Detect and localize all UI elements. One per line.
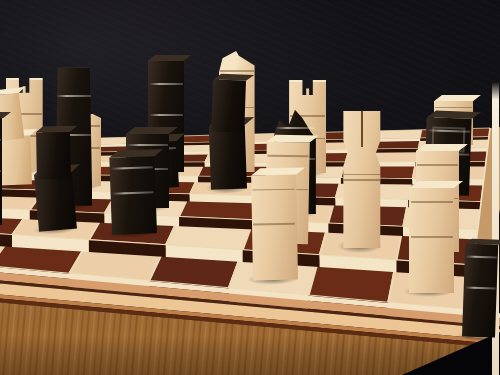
black-pawn[interactable]: ♟ [110,157,157,235]
white-knight[interactable]: ♘ [0,93,32,185]
knight-lower-block [209,126,247,191]
white-king[interactable]: ♔ [343,111,382,248]
saw-kerf-line [344,174,380,176]
black-knight[interactable]: ♞ [207,80,249,191]
saw-kerf-line [0,139,1,141]
king-slot [361,111,363,147]
saw-kerf-line [252,188,294,190]
knight-upper-block [211,80,245,134]
saw-kerf-line [417,164,458,166]
saw-kerf-line [411,201,453,203]
knight-lower-block [34,172,76,232]
white-pawn[interactable]: ♙ [251,174,298,280]
saw-kerf-line [56,95,91,97]
saw-kerf-line [344,179,380,181]
piece-front-face [409,188,454,293]
saw-kerf-line [253,223,295,225]
saw-kerf-line [275,127,314,129]
saw-kerf-line [220,70,254,72]
photo-stage: ♙♖♜♕♖ ♘♗♟ ♞♝♚♟♛♜ ♞♟♙♔♙♙♙♟ [0,0,500,375]
piece-front-face [0,118,2,225]
knight-lower-block [0,135,32,185]
pieces-layer: ♙♖♜♕♖ ♘♗♟ ♞♝♚♟♛♜ ♞♟♙♔♙♙♙♟ [0,0,500,375]
saw-kerf-line [149,114,183,116]
white-pawn[interactable]: ♙ [409,188,454,293]
knight-upper-block [36,132,71,180]
black-knight[interactable]: ♞ [30,130,78,231]
black-pawn[interactable]: ♟ [462,243,498,337]
saw-kerf-line [0,170,1,172]
black-rook[interactable]: ♜ [0,118,2,225]
saw-kerf-line [411,236,453,238]
saw-kerf-line [127,144,168,146]
saw-kerf-line [149,83,183,85]
